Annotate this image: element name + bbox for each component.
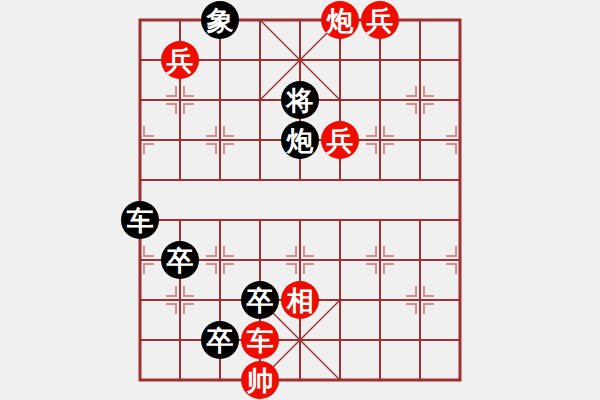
piece-black-general[interactable]: 将: [281, 81, 319, 119]
xiangqi-screenshot: 象炮兵兵将炮兵车卒卒相卒车帅: [0, 0, 600, 400]
piece-red-cannon[interactable]: 炮: [321, 1, 359, 39]
piece-red-soldier[interactable]: 兵: [321, 121, 359, 159]
piece-black-soldier[interactable]: 卒: [241, 281, 279, 319]
piece-black-cannon[interactable]: 炮: [281, 121, 319, 159]
pieces-layer: 象炮兵兵将炮兵车卒卒相卒车帅: [120, 0, 480, 400]
piece-black-soldier[interactable]: 卒: [161, 241, 199, 279]
xiangqi-board: 象炮兵兵将炮兵车卒卒相卒车帅: [0, 0, 600, 400]
piece-black-elephant[interactable]: 象: [201, 1, 239, 39]
piece-red-soldier[interactable]: 兵: [361, 1, 399, 39]
piece-black-chariot[interactable]: 车: [121, 201, 159, 239]
piece-red-elephant[interactable]: 相: [281, 281, 319, 319]
piece-black-soldier[interactable]: 卒: [201, 321, 239, 359]
piece-red-general[interactable]: 帅: [241, 361, 279, 399]
piece-red-soldier[interactable]: 兵: [161, 41, 199, 79]
piece-red-chariot[interactable]: 车: [241, 321, 279, 359]
